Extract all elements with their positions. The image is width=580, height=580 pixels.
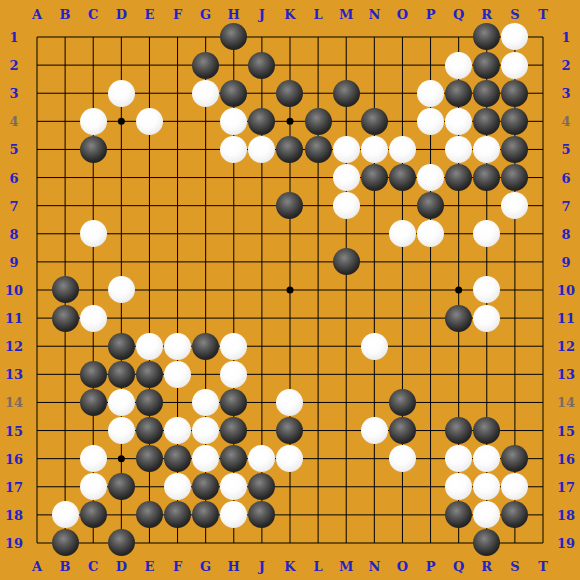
intersection-T8[interactable] xyxy=(529,220,557,248)
intersection-O15[interactable] xyxy=(388,416,416,444)
intersection-H4[interactable] xyxy=(220,107,248,135)
intersection-E8[interactable] xyxy=(135,220,163,248)
intersection-P7[interactable] xyxy=(416,192,444,220)
intersection-P4[interactable] xyxy=(416,107,444,135)
intersection-R14[interactable] xyxy=(473,388,501,416)
intersection-Q3[interactable] xyxy=(445,79,473,107)
intersection-O4[interactable] xyxy=(388,107,416,135)
intersection-C11[interactable] xyxy=(79,304,107,332)
intersection-R17[interactable] xyxy=(473,473,501,501)
intersection-F1[interactable] xyxy=(163,23,191,51)
intersection-D9[interactable] xyxy=(107,248,135,276)
intersection-H12[interactable] xyxy=(220,332,248,360)
intersection-C7[interactable] xyxy=(79,192,107,220)
intersection-R16[interactable] xyxy=(473,445,501,473)
intersection-O10[interactable] xyxy=(388,276,416,304)
intersection-S5[interactable] xyxy=(501,135,529,163)
intersection-T14[interactable] xyxy=(529,388,557,416)
intersection-S11[interactable] xyxy=(501,304,529,332)
intersection-D3[interactable] xyxy=(107,79,135,107)
intersection-N13[interactable] xyxy=(360,360,388,388)
intersection-F3[interactable] xyxy=(163,79,191,107)
intersection-B5[interactable] xyxy=(51,135,79,163)
intersection-H9[interactable] xyxy=(220,248,248,276)
intersection-F13[interactable] xyxy=(163,360,191,388)
intersection-N14[interactable] xyxy=(360,388,388,416)
intersection-R10[interactable] xyxy=(473,276,501,304)
intersection-Q2[interactable] xyxy=(445,51,473,79)
intersection-A8[interactable] xyxy=(23,220,51,248)
intersection-M15[interactable] xyxy=(332,416,360,444)
intersection-G5[interactable] xyxy=(192,135,220,163)
intersection-N9[interactable] xyxy=(360,248,388,276)
intersection-N19[interactable] xyxy=(360,529,388,557)
intersection-G4[interactable] xyxy=(192,107,220,135)
intersection-H8[interactable] xyxy=(220,220,248,248)
intersection-N16[interactable] xyxy=(360,445,388,473)
intersection-J11[interactable] xyxy=(248,304,276,332)
intersection-B2[interactable] xyxy=(51,51,79,79)
intersection-A4[interactable] xyxy=(23,107,51,135)
intersection-B1[interactable] xyxy=(51,23,79,51)
intersection-S18[interactable] xyxy=(501,501,529,529)
intersection-S1[interactable] xyxy=(501,23,529,51)
intersection-G13[interactable] xyxy=(192,360,220,388)
intersection-L12[interactable] xyxy=(304,332,332,360)
intersection-N10[interactable] xyxy=(360,276,388,304)
intersection-O14[interactable] xyxy=(388,388,416,416)
intersection-Q12[interactable] xyxy=(445,332,473,360)
intersection-M14[interactable] xyxy=(332,388,360,416)
intersection-M1[interactable] xyxy=(332,23,360,51)
intersection-Q13[interactable] xyxy=(445,360,473,388)
intersection-R8[interactable] xyxy=(473,220,501,248)
intersection-S4[interactable] xyxy=(501,107,529,135)
intersection-A11[interactable] xyxy=(23,304,51,332)
intersection-R19[interactable] xyxy=(473,529,501,557)
intersection-A7[interactable] xyxy=(23,192,51,220)
intersection-B3[interactable] xyxy=(51,79,79,107)
intersection-O18[interactable] xyxy=(388,501,416,529)
intersection-L15[interactable] xyxy=(304,416,332,444)
intersection-T18[interactable] xyxy=(529,501,557,529)
intersection-L2[interactable] xyxy=(304,51,332,79)
intersection-O1[interactable] xyxy=(388,23,416,51)
intersection-A1[interactable] xyxy=(23,23,51,51)
intersection-G3[interactable] xyxy=(192,79,220,107)
intersection-E14[interactable] xyxy=(135,388,163,416)
intersection-K6[interactable] xyxy=(276,163,304,191)
intersection-H17[interactable] xyxy=(220,473,248,501)
intersection-E4[interactable] xyxy=(135,107,163,135)
intersection-M2[interactable] xyxy=(332,51,360,79)
intersection-F18[interactable] xyxy=(163,501,191,529)
intersection-G1[interactable] xyxy=(192,23,220,51)
intersection-Q16[interactable] xyxy=(445,445,473,473)
intersection-J14[interactable] xyxy=(248,388,276,416)
intersection-S17[interactable] xyxy=(501,473,529,501)
intersection-C10[interactable] xyxy=(79,276,107,304)
intersection-J2[interactable] xyxy=(248,51,276,79)
intersection-M9[interactable] xyxy=(332,248,360,276)
intersection-J10[interactable] xyxy=(248,276,276,304)
intersection-M12[interactable] xyxy=(332,332,360,360)
intersection-J8[interactable] xyxy=(248,220,276,248)
intersection-M4[interactable] xyxy=(332,107,360,135)
intersection-J16[interactable] xyxy=(248,445,276,473)
intersection-D17[interactable] xyxy=(107,473,135,501)
intersection-T6[interactable] xyxy=(529,163,557,191)
intersection-C6[interactable] xyxy=(79,163,107,191)
intersection-T15[interactable] xyxy=(529,416,557,444)
intersection-R18[interactable] xyxy=(473,501,501,529)
intersection-C17[interactable] xyxy=(79,473,107,501)
intersection-K4[interactable] xyxy=(276,107,304,135)
intersection-E12[interactable] xyxy=(135,332,163,360)
intersection-F14[interactable] xyxy=(163,388,191,416)
intersection-L13[interactable] xyxy=(304,360,332,388)
intersection-S16[interactable] xyxy=(501,445,529,473)
intersection-O5[interactable] xyxy=(388,135,416,163)
intersection-Q15[interactable] xyxy=(445,416,473,444)
intersection-H3[interactable] xyxy=(220,79,248,107)
intersection-F7[interactable] xyxy=(163,192,191,220)
intersection-A3[interactable] xyxy=(23,79,51,107)
intersection-H15[interactable] xyxy=(220,416,248,444)
intersection-J4[interactable] xyxy=(248,107,276,135)
intersection-L5[interactable] xyxy=(304,135,332,163)
intersection-N15[interactable] xyxy=(360,416,388,444)
intersection-M11[interactable] xyxy=(332,304,360,332)
intersection-A12[interactable] xyxy=(23,332,51,360)
intersection-Q6[interactable] xyxy=(445,163,473,191)
intersection-F9[interactable] xyxy=(163,248,191,276)
intersection-C14[interactable] xyxy=(79,388,107,416)
intersection-T10[interactable] xyxy=(529,276,557,304)
intersection-C5[interactable] xyxy=(79,135,107,163)
intersection-J9[interactable] xyxy=(248,248,276,276)
intersection-Q9[interactable] xyxy=(445,248,473,276)
intersection-E16[interactable] xyxy=(135,445,163,473)
intersection-J18[interactable] xyxy=(248,501,276,529)
intersection-A5[interactable] xyxy=(23,135,51,163)
intersection-J13[interactable] xyxy=(248,360,276,388)
intersection-C4[interactable] xyxy=(79,107,107,135)
intersection-P17[interactable] xyxy=(416,473,444,501)
intersection-K7[interactable] xyxy=(276,192,304,220)
intersection-P14[interactable] xyxy=(416,388,444,416)
intersection-H16[interactable] xyxy=(220,445,248,473)
intersection-O16[interactable] xyxy=(388,445,416,473)
intersection-C19[interactable] xyxy=(79,529,107,557)
intersection-R7[interactable] xyxy=(473,192,501,220)
intersection-R6[interactable] xyxy=(473,163,501,191)
intersection-F2[interactable] xyxy=(163,51,191,79)
intersection-C9[interactable] xyxy=(79,248,107,276)
intersection-B8[interactable] xyxy=(51,220,79,248)
intersection-E3[interactable] xyxy=(135,79,163,107)
intersection-M3[interactable] xyxy=(332,79,360,107)
intersection-F17[interactable] xyxy=(163,473,191,501)
intersection-E18[interactable] xyxy=(135,501,163,529)
intersection-C8[interactable] xyxy=(79,220,107,248)
intersection-P18[interactable] xyxy=(416,501,444,529)
intersection-M5[interactable] xyxy=(332,135,360,163)
intersection-A19[interactable] xyxy=(23,529,51,557)
intersection-P2[interactable] xyxy=(416,51,444,79)
intersection-J5[interactable] xyxy=(248,135,276,163)
intersection-D10[interactable] xyxy=(107,276,135,304)
intersection-Q4[interactable] xyxy=(445,107,473,135)
intersection-P9[interactable] xyxy=(416,248,444,276)
intersection-G12[interactable] xyxy=(192,332,220,360)
intersection-T3[interactable] xyxy=(529,79,557,107)
intersection-E13[interactable] xyxy=(135,360,163,388)
intersection-E6[interactable] xyxy=(135,163,163,191)
intersection-F12[interactable] xyxy=(163,332,191,360)
intersection-N6[interactable] xyxy=(360,163,388,191)
intersection-Q10[interactable] xyxy=(445,276,473,304)
intersection-J3[interactable] xyxy=(248,79,276,107)
intersection-F4[interactable] xyxy=(163,107,191,135)
intersection-N5[interactable] xyxy=(360,135,388,163)
intersection-L19[interactable] xyxy=(304,529,332,557)
intersection-M13[interactable] xyxy=(332,360,360,388)
intersection-D15[interactable] xyxy=(107,416,135,444)
intersection-P6[interactable] xyxy=(416,163,444,191)
intersection-N2[interactable] xyxy=(360,51,388,79)
intersection-T4[interactable] xyxy=(529,107,557,135)
intersection-K13[interactable] xyxy=(276,360,304,388)
intersection-B17[interactable] xyxy=(51,473,79,501)
intersection-K17[interactable] xyxy=(276,473,304,501)
intersection-T1[interactable] xyxy=(529,23,557,51)
intersection-S8[interactable] xyxy=(501,220,529,248)
intersection-D18[interactable] xyxy=(107,501,135,529)
intersection-R5[interactable] xyxy=(473,135,501,163)
intersection-D19[interactable] xyxy=(107,529,135,557)
intersection-K18[interactable] xyxy=(276,501,304,529)
intersection-C12[interactable] xyxy=(79,332,107,360)
intersection-A9[interactable] xyxy=(23,248,51,276)
intersection-H7[interactable] xyxy=(220,192,248,220)
intersection-A15[interactable] xyxy=(23,416,51,444)
intersection-B18[interactable] xyxy=(51,501,79,529)
intersection-P15[interactable] xyxy=(416,416,444,444)
intersection-O17[interactable] xyxy=(388,473,416,501)
intersection-R3[interactable] xyxy=(473,79,501,107)
intersection-H18[interactable] xyxy=(220,501,248,529)
intersection-B19[interactable] xyxy=(51,529,79,557)
intersection-N7[interactable] xyxy=(360,192,388,220)
intersection-J12[interactable] xyxy=(248,332,276,360)
intersection-G11[interactable] xyxy=(192,304,220,332)
intersection-L18[interactable] xyxy=(304,501,332,529)
intersection-Q17[interactable] xyxy=(445,473,473,501)
intersection-H5[interactable] xyxy=(220,135,248,163)
intersection-P11[interactable] xyxy=(416,304,444,332)
intersection-F11[interactable] xyxy=(163,304,191,332)
intersection-S19[interactable] xyxy=(501,529,529,557)
intersection-D4[interactable] xyxy=(107,107,135,135)
intersection-C16[interactable] xyxy=(79,445,107,473)
intersection-M16[interactable] xyxy=(332,445,360,473)
intersection-J17[interactable] xyxy=(248,473,276,501)
intersection-D12[interactable] xyxy=(107,332,135,360)
intersection-B15[interactable] xyxy=(51,416,79,444)
intersection-S6[interactable] xyxy=(501,163,529,191)
intersection-G16[interactable] xyxy=(192,445,220,473)
intersection-B13[interactable] xyxy=(51,360,79,388)
intersection-C3[interactable] xyxy=(79,79,107,107)
intersection-L17[interactable] xyxy=(304,473,332,501)
intersection-D14[interactable] xyxy=(107,388,135,416)
intersection-L4[interactable] xyxy=(304,107,332,135)
intersection-O8[interactable] xyxy=(388,220,416,248)
intersection-A17[interactable] xyxy=(23,473,51,501)
intersection-R2[interactable] xyxy=(473,51,501,79)
intersection-F16[interactable] xyxy=(163,445,191,473)
intersection-A18[interactable] xyxy=(23,501,51,529)
intersection-O6[interactable] xyxy=(388,163,416,191)
intersection-D11[interactable] xyxy=(107,304,135,332)
intersection-S9[interactable] xyxy=(501,248,529,276)
intersection-E9[interactable] xyxy=(135,248,163,276)
intersection-F10[interactable] xyxy=(163,276,191,304)
intersection-O3[interactable] xyxy=(388,79,416,107)
intersection-K19[interactable] xyxy=(276,529,304,557)
intersection-H14[interactable] xyxy=(220,388,248,416)
intersection-E10[interactable] xyxy=(135,276,163,304)
intersection-P16[interactable] xyxy=(416,445,444,473)
intersection-Q8[interactable] xyxy=(445,220,473,248)
intersection-A10[interactable] xyxy=(23,276,51,304)
intersection-F5[interactable] xyxy=(163,135,191,163)
intersection-E19[interactable] xyxy=(135,529,163,557)
intersection-H10[interactable] xyxy=(220,276,248,304)
intersection-K1[interactable] xyxy=(276,23,304,51)
intersection-J7[interactable] xyxy=(248,192,276,220)
intersection-B9[interactable] xyxy=(51,248,79,276)
intersection-O19[interactable] xyxy=(388,529,416,557)
intersection-R13[interactable] xyxy=(473,360,501,388)
intersection-D5[interactable] xyxy=(107,135,135,163)
intersection-O12[interactable] xyxy=(388,332,416,360)
intersection-Q11[interactable] xyxy=(445,304,473,332)
intersection-C1[interactable] xyxy=(79,23,107,51)
intersection-S3[interactable] xyxy=(501,79,529,107)
intersection-L11[interactable] xyxy=(304,304,332,332)
intersection-C2[interactable] xyxy=(79,51,107,79)
intersection-Q5[interactable] xyxy=(445,135,473,163)
intersection-E2[interactable] xyxy=(135,51,163,79)
intersection-T7[interactable] xyxy=(529,192,557,220)
intersection-Q7[interactable] xyxy=(445,192,473,220)
intersection-T11[interactable] xyxy=(529,304,557,332)
intersection-N17[interactable] xyxy=(360,473,388,501)
intersection-N4[interactable] xyxy=(360,107,388,135)
intersection-H6[interactable] xyxy=(220,163,248,191)
intersection-B10[interactable] xyxy=(51,276,79,304)
intersection-S14[interactable] xyxy=(501,388,529,416)
intersection-D2[interactable] xyxy=(107,51,135,79)
intersection-K2[interactable] xyxy=(276,51,304,79)
intersection-G7[interactable] xyxy=(192,192,220,220)
intersection-J15[interactable] xyxy=(248,416,276,444)
intersection-G9[interactable] xyxy=(192,248,220,276)
intersection-J1[interactable] xyxy=(248,23,276,51)
intersection-R12[interactable] xyxy=(473,332,501,360)
intersection-K15[interactable] xyxy=(276,416,304,444)
intersection-E1[interactable] xyxy=(135,23,163,51)
intersection-K12[interactable] xyxy=(276,332,304,360)
intersection-P1[interactable] xyxy=(416,23,444,51)
intersection-M10[interactable] xyxy=(332,276,360,304)
intersection-L9[interactable] xyxy=(304,248,332,276)
intersection-K10[interactable] xyxy=(276,276,304,304)
intersection-K5[interactable] xyxy=(276,135,304,163)
intersection-O7[interactable] xyxy=(388,192,416,220)
intersection-Q14[interactable] xyxy=(445,388,473,416)
intersection-F6[interactable] xyxy=(163,163,191,191)
intersection-B11[interactable] xyxy=(51,304,79,332)
intersection-L6[interactable] xyxy=(304,163,332,191)
intersection-O11[interactable] xyxy=(388,304,416,332)
intersection-T9[interactable] xyxy=(529,248,557,276)
intersection-K14[interactable] xyxy=(276,388,304,416)
intersection-T17[interactable] xyxy=(529,473,557,501)
intersection-E5[interactable] xyxy=(135,135,163,163)
intersection-K8[interactable] xyxy=(276,220,304,248)
intersection-P5[interactable] xyxy=(416,135,444,163)
intersection-P3[interactable] xyxy=(416,79,444,107)
intersection-S13[interactable] xyxy=(501,360,529,388)
intersection-K11[interactable] xyxy=(276,304,304,332)
intersection-R1[interactable] xyxy=(473,23,501,51)
intersection-P12[interactable] xyxy=(416,332,444,360)
intersection-T2[interactable] xyxy=(529,51,557,79)
intersection-A13[interactable] xyxy=(23,360,51,388)
intersection-M17[interactable] xyxy=(332,473,360,501)
intersection-C15[interactable] xyxy=(79,416,107,444)
intersection-D8[interactable] xyxy=(107,220,135,248)
intersection-K9[interactable] xyxy=(276,248,304,276)
intersection-D6[interactable] xyxy=(107,163,135,191)
intersection-G8[interactable] xyxy=(192,220,220,248)
intersection-B4[interactable] xyxy=(51,107,79,135)
intersection-S10[interactable] xyxy=(501,276,529,304)
intersection-H2[interactable] xyxy=(220,51,248,79)
intersection-L14[interactable] xyxy=(304,388,332,416)
intersection-S2[interactable] xyxy=(501,51,529,79)
intersection-N3[interactable] xyxy=(360,79,388,107)
intersection-L10[interactable] xyxy=(304,276,332,304)
intersection-D7[interactable] xyxy=(107,192,135,220)
intersection-N12[interactable] xyxy=(360,332,388,360)
intersection-E7[interactable] xyxy=(135,192,163,220)
intersection-P10[interactable] xyxy=(416,276,444,304)
intersection-L1[interactable] xyxy=(304,23,332,51)
intersection-T19[interactable] xyxy=(529,529,557,557)
intersection-E11[interactable] xyxy=(135,304,163,332)
intersection-M7[interactable] xyxy=(332,192,360,220)
intersection-C18[interactable] xyxy=(79,501,107,529)
intersection-M18[interactable] xyxy=(332,501,360,529)
intersection-M19[interactable] xyxy=(332,529,360,557)
intersection-A2[interactable] xyxy=(23,51,51,79)
intersection-G6[interactable] xyxy=(192,163,220,191)
intersection-H19[interactable] xyxy=(220,529,248,557)
